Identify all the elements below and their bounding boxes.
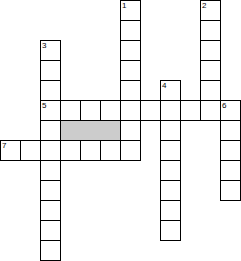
crossword-cell[interactable] bbox=[40, 200, 61, 221]
crossword-cell[interactable] bbox=[200, 80, 221, 101]
crossword-cell[interactable] bbox=[40, 100, 61, 121]
crossword-cell[interactable] bbox=[220, 160, 241, 181]
crossword-cell[interactable] bbox=[80, 100, 101, 121]
crossword-cell[interactable] bbox=[40, 160, 61, 181]
crossword-cell[interactable] bbox=[160, 100, 181, 121]
crossword-cell[interactable] bbox=[40, 60, 61, 81]
crossword-cell[interactable] bbox=[40, 140, 61, 161]
crossword-cell[interactable] bbox=[120, 120, 141, 141]
crossword-cell[interactable] bbox=[40, 240, 61, 261]
crossword-cell[interactable] bbox=[120, 40, 141, 61]
crossword-cell[interactable] bbox=[120, 80, 141, 101]
crossword-cell[interactable] bbox=[160, 180, 181, 201]
crossword-cell[interactable] bbox=[220, 120, 241, 141]
crossword-cell[interactable] bbox=[120, 60, 141, 81]
crossword-cell[interactable] bbox=[200, 100, 221, 121]
crossword-cell[interactable] bbox=[220, 180, 241, 201]
crossword-cell[interactable] bbox=[60, 100, 81, 121]
crossword-cell[interactable] bbox=[120, 0, 141, 21]
crossword-cell[interactable] bbox=[180, 100, 201, 121]
crossword-cell[interactable] bbox=[160, 220, 181, 241]
crossword-cell[interactable] bbox=[200, 40, 221, 61]
crossword-cell[interactable] bbox=[120, 100, 141, 121]
shaded-block bbox=[60, 120, 121, 141]
crossword-cell[interactable] bbox=[200, 0, 221, 21]
crossword-cell[interactable] bbox=[40, 80, 61, 101]
crossword-cell[interactable] bbox=[20, 140, 41, 161]
crossword-cell[interactable] bbox=[100, 100, 121, 121]
crossword-cell[interactable] bbox=[120, 140, 141, 161]
crossword-cell[interactable] bbox=[140, 100, 161, 121]
crossword-cell[interactable] bbox=[160, 140, 181, 161]
crossword-cell[interactable] bbox=[160, 200, 181, 221]
crossword-cell[interactable] bbox=[40, 220, 61, 241]
crossword-cell[interactable] bbox=[160, 80, 181, 101]
crossword-board: 1234567 bbox=[0, 0, 241, 261]
crossword-cell[interactable] bbox=[60, 140, 81, 161]
crossword-cell[interactable] bbox=[100, 140, 121, 161]
crossword-cell[interactable] bbox=[40, 40, 61, 61]
crossword-cell[interactable] bbox=[40, 180, 61, 201]
crossword-cell[interactable] bbox=[160, 120, 181, 141]
crossword-cell[interactable] bbox=[220, 140, 241, 161]
crossword-cell[interactable] bbox=[120, 20, 141, 41]
crossword-cell[interactable] bbox=[200, 60, 221, 81]
crossword-cell[interactable] bbox=[0, 140, 21, 161]
crossword-cell[interactable] bbox=[160, 160, 181, 181]
crossword-cell[interactable] bbox=[80, 140, 101, 161]
crossword-cell[interactable] bbox=[220, 100, 241, 121]
crossword-cell[interactable] bbox=[200, 20, 221, 41]
crossword-cell[interactable] bbox=[40, 120, 61, 141]
